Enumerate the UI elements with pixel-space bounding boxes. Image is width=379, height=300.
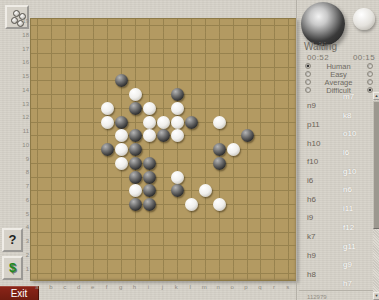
board-cell-s6[interactable] [282,198,296,212]
board-cell-r18[interactable] [268,33,282,47]
board-cell-d16[interactable] [73,60,87,74]
black-player-stone-button[interactable] [301,2,345,46]
board-cell-d5[interactable] [73,212,87,226]
board-cell-r19[interactable] [268,19,282,33]
board-cell-k4[interactable] [170,225,184,239]
board-cell-r11[interactable] [268,129,282,143]
board-cell-j3[interactable] [156,239,170,253]
board-cell-l17[interactable] [184,47,198,61]
board-cell-f8[interactable] [101,170,115,184]
board-cell-b10[interactable] [45,143,59,157]
board-cell-p16[interactable] [240,60,254,74]
board-cell-l16[interactable] [184,60,198,74]
board-cell-i8[interactable] [143,170,157,184]
board-cell-q6[interactable] [254,198,268,212]
board-cell-e14[interactable] [87,88,101,102]
board-cell-s10[interactable] [282,143,296,157]
board-cell-j6[interactable] [156,198,170,212]
board-cell-k16[interactable] [170,60,184,74]
board-cell-o15[interactable] [226,74,240,88]
board-cell-c15[interactable] [59,74,73,88]
board-cell-h8[interactable] [129,170,143,184]
board-cell-i3[interactable] [143,239,157,253]
board-cell-m17[interactable] [198,47,212,61]
board-cell-l10[interactable] [184,143,198,157]
board-cell-h5[interactable] [129,212,143,226]
board-cell-n7[interactable] [212,184,226,198]
board-cell-f10[interactable] [101,143,115,157]
board-cell-b3[interactable] [45,239,59,253]
board-cell-f11[interactable] [101,129,115,143]
board-cell-f5[interactable] [101,212,115,226]
board-cell-j19[interactable] [156,19,170,33]
board-cell-b9[interactable] [45,157,59,171]
board-cell-o16[interactable] [226,60,240,74]
board-cell-e10[interactable] [87,143,101,157]
board-cell-n10[interactable] [212,143,226,157]
board-cell-c1[interactable] [59,267,73,281]
board-cell-g16[interactable] [115,60,129,74]
board-cell-l6[interactable] [184,198,198,212]
board-cell-f14[interactable] [101,88,115,102]
board-cell-k12[interactable] [170,115,184,129]
board-cell-p3[interactable] [240,239,254,253]
board-cell-c16[interactable] [59,60,73,74]
board-cell-a6[interactable] [31,198,45,212]
board-cell-e5[interactable] [87,212,101,226]
board-cell-m5[interactable] [198,212,212,226]
board-cell-g12[interactable] [115,115,129,129]
board-cell-l5[interactable] [184,212,198,226]
board-cell-o6[interactable] [226,198,240,212]
board-cell-s4[interactable] [282,225,296,239]
board-cell-k2[interactable] [170,253,184,267]
board-cell-p15[interactable] [240,74,254,88]
board-cell-m9[interactable] [198,157,212,171]
board-cell-l15[interactable] [184,74,198,88]
board-cell-p11[interactable] [240,129,254,143]
board-cell-a18[interactable] [31,33,45,47]
board-cell-g14[interactable] [115,88,129,102]
board-cell-o17[interactable] [226,47,240,61]
board-cell-g11[interactable] [115,129,129,143]
board-cell-i16[interactable] [143,60,157,74]
board-cell-g7[interactable] [115,184,129,198]
board-cell-j11[interactable] [156,129,170,143]
board-cell-c17[interactable] [59,47,73,61]
board-cell-k17[interactable] [170,47,184,61]
board-cell-s1[interactable] [282,267,296,281]
board-cell-q18[interactable] [254,33,268,47]
board-cell-e8[interactable] [87,170,101,184]
board-cell-c3[interactable] [59,239,73,253]
board-cell-n8[interactable] [212,170,226,184]
board-cell-f9[interactable] [101,157,115,171]
scrollbar-thumb[interactable] [373,101,379,229]
board-cell-a3[interactable] [31,239,45,253]
board-cell-h12[interactable] [129,115,143,129]
board-cell-j16[interactable] [156,60,170,74]
board-cell-c8[interactable] [59,170,73,184]
board-cell-f17[interactable] [101,47,115,61]
board-cell-m1[interactable] [198,267,212,281]
board-cell-h13[interactable] [129,102,143,116]
board-cell-d9[interactable] [73,157,87,171]
board-cell-b5[interactable] [45,212,59,226]
board-cell-l4[interactable] [184,225,198,239]
board-cell-o10[interactable] [226,143,240,157]
board-cell-q15[interactable] [254,74,268,88]
board-cell-k10[interactable] [170,143,184,157]
board-cell-n17[interactable] [212,47,226,61]
board-cell-h3[interactable] [129,239,143,253]
board-cell-l14[interactable] [184,88,198,102]
board-cell-c11[interactable] [59,129,73,143]
board-cell-i14[interactable] [143,88,157,102]
board-cell-o5[interactable] [226,212,240,226]
board-cell-p9[interactable] [240,157,254,171]
board-cell-n2[interactable] [212,253,226,267]
board-cell-c13[interactable] [59,102,73,116]
board-cell-r1[interactable] [268,267,282,281]
board-cell-l1[interactable] [184,267,198,281]
board-cell-j2[interactable] [156,253,170,267]
board-cell-f1[interactable] [101,267,115,281]
board-cell-c5[interactable] [59,212,73,226]
board-cell-c18[interactable] [59,33,73,47]
board-cell-a13[interactable] [31,102,45,116]
board-cell-r3[interactable] [268,239,282,253]
board-cell-g3[interactable] [115,239,129,253]
board-cell-b19[interactable] [45,19,59,33]
board-cell-l12[interactable] [184,115,198,129]
board-cell-l13[interactable] [184,102,198,116]
board-cell-r17[interactable] [268,47,282,61]
board-cell-o7[interactable] [226,184,240,198]
board-cell-i7[interactable] [143,184,157,198]
board-cell-f4[interactable] [101,225,115,239]
board-cell-p6[interactable] [240,198,254,212]
board-cell-i10[interactable] [143,143,157,157]
board-cell-s5[interactable] [282,212,296,226]
board-cell-o18[interactable] [226,33,240,47]
board-cell-n16[interactable] [212,60,226,74]
board-cell-k14[interactable] [170,88,184,102]
white-average-radio[interactable] [367,79,373,85]
board-cell-f7[interactable] [101,184,115,198]
board-cell-q4[interactable] [254,225,268,239]
board-cell-h14[interactable] [129,88,143,102]
board-cell-p2[interactable] [240,253,254,267]
board-cell-n1[interactable] [212,267,226,281]
board-cell-i9[interactable] [143,157,157,171]
board-cell-s2[interactable] [282,253,296,267]
board-cell-m3[interactable] [198,239,212,253]
board-cell-j7[interactable] [156,184,170,198]
board-cell-f3[interactable] [101,239,115,253]
board-cell-r8[interactable] [268,170,282,184]
board-cell-f13[interactable] [101,102,115,116]
board-cell-g19[interactable] [115,19,129,33]
board-cell-m12[interactable] [198,115,212,129]
board-cell-l2[interactable] [184,253,198,267]
board-cell-m10[interactable] [198,143,212,157]
board-cell-c12[interactable] [59,115,73,129]
board-cell-k11[interactable] [170,129,184,143]
board-cell-f2[interactable] [101,253,115,267]
board-cell-s12[interactable] [282,115,296,129]
board-cell-i13[interactable] [143,102,157,116]
board-cell-i6[interactable] [143,198,157,212]
board-cell-o3[interactable] [226,239,240,253]
board-cell-j10[interactable] [156,143,170,157]
go-board[interactable] [30,18,297,281]
board-cell-s13[interactable] [282,102,296,116]
board-cell-j8[interactable] [156,170,170,184]
board-cell-s16[interactable] [282,60,296,74]
board-cell-j13[interactable] [156,102,170,116]
board-cell-k6[interactable] [170,198,184,212]
board-cell-k5[interactable] [170,212,184,226]
board-cell-k7[interactable] [170,184,184,198]
board-cell-a9[interactable] [31,157,45,171]
board-cell-d12[interactable] [73,115,87,129]
board-cell-h11[interactable] [129,129,143,143]
board-cell-o19[interactable] [226,19,240,33]
board-cell-i1[interactable] [143,267,157,281]
board-cell-q3[interactable] [254,239,268,253]
board-cell-d10[interactable] [73,143,87,157]
board-cell-n12[interactable] [212,115,226,129]
board-cell-l3[interactable] [184,239,198,253]
board-cell-r13[interactable] [268,102,282,116]
board-cell-k1[interactable] [170,267,184,281]
board-cell-n6[interactable] [212,198,226,212]
board-cell-e15[interactable] [87,74,101,88]
board-cell-e1[interactable] [87,267,101,281]
board-cell-r2[interactable] [268,253,282,267]
board-cell-f6[interactable] [101,198,115,212]
board-cell-g18[interactable] [115,33,129,47]
board-cell-e4[interactable] [87,225,101,239]
board-cell-b1[interactable] [45,267,59,281]
board-cell-c9[interactable] [59,157,73,171]
board-cell-e3[interactable] [87,239,101,253]
board-cell-d6[interactable] [73,198,87,212]
board-cell-i2[interactable] [143,253,157,267]
board-cell-r5[interactable] [268,212,282,226]
board-cell-d18[interactable] [73,33,87,47]
board-cell-j14[interactable] [156,88,170,102]
board-cell-i11[interactable] [143,129,157,143]
move-list-scrollbar[interactable]: ▲ ▼ [373,92,379,300]
board-cell-s9[interactable] [282,157,296,171]
board-cell-n11[interactable] [212,129,226,143]
board-cell-i15[interactable] [143,74,157,88]
board-cell-h9[interactable] [129,157,143,171]
board-cell-p5[interactable] [240,212,254,226]
board-cell-r14[interactable] [268,88,282,102]
board-cell-g15[interactable] [115,74,129,88]
board-cell-f15[interactable] [101,74,115,88]
board-cell-r6[interactable] [268,198,282,212]
board-cell-n3[interactable] [212,239,226,253]
board-cell-l11[interactable] [184,129,198,143]
board-cell-b16[interactable] [45,60,59,74]
board-cell-h15[interactable] [129,74,143,88]
white-player-stone-button[interactable] [353,8,375,30]
board-cell-a5[interactable] [31,212,45,226]
board-cell-k15[interactable] [170,74,184,88]
board-cell-h16[interactable] [129,60,143,74]
board-cell-r15[interactable] [268,74,282,88]
board-cell-l7[interactable] [184,184,198,198]
board-cell-c7[interactable] [59,184,73,198]
board-cell-j1[interactable] [156,267,170,281]
board-cell-g13[interactable] [115,102,129,116]
board-cell-c10[interactable] [59,143,73,157]
board-cell-n5[interactable] [212,212,226,226]
board-cell-q9[interactable] [254,157,268,171]
board-cell-d4[interactable] [73,225,87,239]
board-cell-o11[interactable] [226,129,240,143]
board-cell-m6[interactable] [198,198,212,212]
board-cell-a19[interactable] [31,19,45,33]
board-cell-n15[interactable] [212,74,226,88]
board-cell-h6[interactable] [129,198,143,212]
board-cell-d1[interactable] [73,267,87,281]
board-cell-p19[interactable] [240,19,254,33]
white-easy-radio[interactable] [367,71,373,77]
board-cell-e19[interactable] [87,19,101,33]
board-cell-b4[interactable] [45,225,59,239]
board-cell-o13[interactable] [226,102,240,116]
board-cell-b2[interactable] [45,253,59,267]
board-cell-a16[interactable] [31,60,45,74]
board-cell-e18[interactable] [87,33,101,47]
board-cell-s7[interactable] [282,184,296,198]
board-cell-b11[interactable] [45,129,59,143]
board-cell-o1[interactable] [226,267,240,281]
board-cell-h18[interactable] [129,33,143,47]
board-cell-k8[interactable] [170,170,184,184]
board-cell-b17[interactable] [45,47,59,61]
board-cell-b15[interactable] [45,74,59,88]
scroll-up-icon[interactable]: ▲ [373,92,379,100]
board-cell-n18[interactable] [212,33,226,47]
board-cell-i18[interactable] [143,33,157,47]
board-cell-a11[interactable] [31,129,45,143]
scroll-down-icon[interactable]: ▼ [373,292,379,300]
board-cell-d2[interactable] [73,253,87,267]
board-cell-e12[interactable] [87,115,101,129]
board-cell-a1[interactable] [31,267,45,281]
board-cell-s17[interactable] [282,47,296,61]
board-cell-d13[interactable] [73,102,87,116]
board-cell-m8[interactable] [198,170,212,184]
board-cell-q19[interactable] [254,19,268,33]
board-cell-a8[interactable] [31,170,45,184]
board-cell-b7[interactable] [45,184,59,198]
help-button[interactable]: ? [2,228,23,252]
board-cell-h17[interactable] [129,47,143,61]
board-cell-k18[interactable] [170,33,184,47]
board-cell-m15[interactable] [198,74,212,88]
board-cell-h2[interactable] [129,253,143,267]
move-list[interactable]: m7n9k8p11o10h10l6f10g10i6n6h6i11i9f12k7g… [299,92,373,290]
white-human-radio[interactable] [367,63,373,69]
board-cell-q10[interactable] [254,143,268,157]
board-cell-o8[interactable] [226,170,240,184]
board-cell-s18[interactable] [282,33,296,47]
board-cell-d7[interactable] [73,184,87,198]
board-cell-g9[interactable] [115,157,129,171]
board-cell-b13[interactable] [45,102,59,116]
board-cell-q13[interactable] [254,102,268,116]
board-cell-m4[interactable] [198,225,212,239]
board-cell-j12[interactable] [156,115,170,129]
board-cell-e17[interactable] [87,47,101,61]
board-cell-s11[interactable] [282,129,296,143]
board-cell-g6[interactable] [115,198,129,212]
board-cell-r7[interactable] [268,184,282,198]
board-cell-p17[interactable] [240,47,254,61]
board-cell-q12[interactable] [254,115,268,129]
board-cell-q17[interactable] [254,47,268,61]
board-cell-n14[interactable] [212,88,226,102]
board-cell-k19[interactable] [170,19,184,33]
board-cell-f19[interactable] [101,19,115,33]
board-cell-a2[interactable] [31,253,45,267]
board-cell-a15[interactable] [31,74,45,88]
board-cell-g1[interactable] [115,267,129,281]
board-cell-n4[interactable] [212,225,226,239]
board-cell-p7[interactable] [240,184,254,198]
board-cell-h19[interactable] [129,19,143,33]
board-cell-e13[interactable] [87,102,101,116]
board-cell-s19[interactable] [282,19,296,33]
board-cell-j9[interactable] [156,157,170,171]
board-cell-k3[interactable] [170,239,184,253]
board-cell-r10[interactable] [268,143,282,157]
board-cell-g17[interactable] [115,47,129,61]
board-cell-h1[interactable] [129,267,143,281]
board-cell-q11[interactable] [254,129,268,143]
board-cell-h7[interactable] [129,184,143,198]
board-cell-a10[interactable] [31,143,45,157]
board-cell-m14[interactable] [198,88,212,102]
board-cell-p13[interactable] [240,102,254,116]
board-cell-m13[interactable] [198,102,212,116]
board-cell-b6[interactable] [45,198,59,212]
board-cell-q5[interactable] [254,212,268,226]
board-cell-s14[interactable] [282,88,296,102]
board-cell-s3[interactable] [282,239,296,253]
board-cell-l9[interactable] [184,157,198,171]
board-cell-k9[interactable] [170,157,184,171]
board-cell-j15[interactable] [156,74,170,88]
board-cell-h4[interactable] [129,225,143,239]
board-cell-i17[interactable] [143,47,157,61]
board-cell-c2[interactable] [59,253,73,267]
board-cell-q1[interactable] [254,267,268,281]
board-cell-c14[interactable] [59,88,73,102]
board-cell-r12[interactable] [268,115,282,129]
board-cell-a12[interactable] [31,115,45,129]
board-cell-e9[interactable] [87,157,101,171]
board-cell-s15[interactable] [282,74,296,88]
board-cell-o4[interactable] [226,225,240,239]
